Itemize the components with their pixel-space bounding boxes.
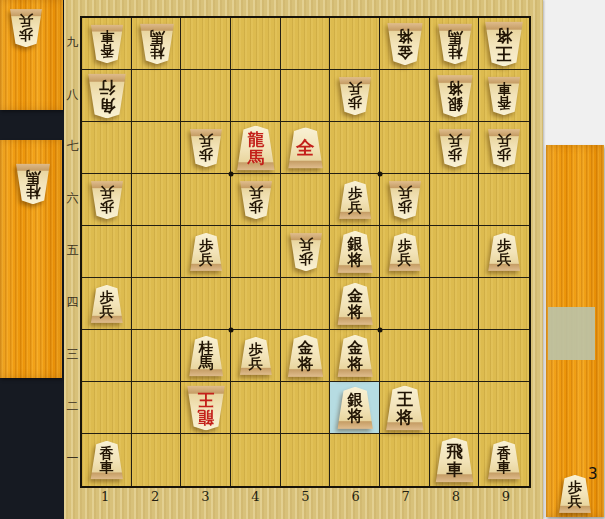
cell-3-9[interactable] [181,18,231,70]
piece-glyph: 兵 [199,133,213,148]
piece-glyph: 将 [397,28,413,44]
piece-glyph: 歩 [19,28,33,43]
piece-1八[interactable]: 角行 [87,74,127,119]
piece-glyph: 兵 [100,304,114,319]
piece-9七[interactable]: 歩兵 [487,129,521,167]
piece-7九[interactable]: 金将 [386,23,424,65]
piece-glyph: 香 [100,44,114,59]
piece-6八[interactable]: 歩兵 [338,77,372,115]
piece-glyph: 歩 [398,200,412,215]
piece-glyph: 兵 [249,185,263,200]
piece-1九[interactable]: 香車 [90,25,124,64]
piece-glyph: 車 [100,29,114,44]
piece-8八[interactable]: 銀将 [436,75,474,117]
board-frame: 九 八 七 六 五 四 三 二 一 香車桂馬金将桂馬王将角行歩兵銀将香車歩兵龍馬… [64,0,543,519]
piece-glyph: 兵 [398,252,412,267]
top-player-hand-stand-upper[interactable]: 歩兵 [0,0,63,110]
file-label: 5 [280,488,330,506]
piece-glyph: 全 [296,138,314,157]
cell-8-2[interactable] [430,382,480,434]
cell-8-3[interactable] [430,330,480,382]
file-label: 3 [180,488,230,506]
piece-glyph: 金 [397,44,413,60]
file-label: 6 [331,488,381,506]
cell-8-5[interactable] [430,226,480,278]
piece-glyph: 歩 [249,341,263,356]
piece-glyph: 車 [497,460,511,475]
piece-9一[interactable]: 香車 [487,441,521,480]
piece-glyph: 兵 [348,81,362,96]
cell-4-9[interactable] [231,18,281,70]
piece-glyph: 兵 [568,494,582,509]
piece-8九[interactable]: 桂馬 [437,24,473,65]
piece-3二[interactable]: 龍王 [186,386,226,431]
piece-7五[interactable]: 歩兵 [388,233,422,271]
piece-4三[interactable]: 歩兵 [239,337,273,375]
cell-5-6[interactable] [281,174,331,226]
cell-9-2[interactable] [479,382,529,434]
piece-6五[interactable]: 銀将 [336,231,374,273]
piece-glyph: 歩 [398,237,412,252]
cell-4-2[interactable] [231,382,281,434]
piece-8一[interactable]: 飛車 [435,438,475,483]
board[interactable]: 香車桂馬金将桂馬王将角行歩兵銀将香車歩兵龍馬全歩兵歩兵歩兵歩兵歩兵歩兵歩兵歩兵銀… [80,16,531,488]
piece-glyph: 将 [347,252,363,268]
piece-glyph: 将 [496,27,513,44]
cell-6-1[interactable] [330,434,380,486]
piece-glyph: 車 [446,460,463,477]
file-labels: 1 2 3 4 5 6 7 8 9 [80,488,531,506]
stand-slot-highlight [548,307,595,360]
cell-9-3[interactable] [479,330,529,382]
piece-glyph: 龍 [248,131,265,148]
cell-1-7[interactable] [82,122,132,174]
piece-glyph: 兵 [398,185,412,200]
piece-6四[interactable]: 金将 [336,283,374,325]
piece-glyph: 歩 [100,200,114,215]
piece-8七[interactable]: 歩兵 [438,129,472,167]
file-label: 1 [80,488,130,506]
piece-glyph: 馬 [149,29,164,44]
cell-1-5[interactable] [82,226,132,278]
star-point-dot [229,328,234,333]
cell-4-8[interactable] [231,70,281,122]
piece-glyph: 兵 [19,13,33,28]
rank-label: 三 [64,328,81,380]
file-label: 9 [481,488,531,506]
piece-glyph: 歩 [348,96,362,111]
piece-glyph: 行 [99,79,116,96]
piece-glyph: 将 [298,356,314,372]
rank-labels: 九 八 七 六 五 四 三 二 一 [64,16,81,484]
star-point-dot [229,172,234,177]
piece-glyph: 兵 [299,237,313,252]
cell-9-4[interactable] [479,278,529,330]
piece-4六[interactable]: 歩兵 [239,181,273,219]
rank-label: 九 [64,16,81,68]
cell-2-8[interactable] [132,70,182,122]
piece-glyph: 将 [447,80,463,96]
piece-glyph: 車 [497,81,511,96]
piece-9五[interactable]: 歩兵 [487,233,521,271]
top-player-hand-stand-lower[interactable]: 桂馬 [0,140,62,378]
cell-2-2[interactable] [132,382,182,434]
cell-1-3[interactable] [82,330,132,382]
rank-label: 七 [64,120,81,172]
cell-5-4[interactable] [281,278,331,330]
piece-glyph: 将 [347,408,363,424]
rank-label: 二 [64,380,81,432]
cell-6-9[interactable] [330,18,380,70]
piece-glyph: 将 [347,356,363,372]
rank-label: 一 [64,432,81,484]
cell-3-1[interactable] [181,434,231,486]
piece-5五[interactable]: 歩兵 [289,233,323,271]
star-point-dot [378,172,383,177]
cell-5-8[interactable] [281,70,331,122]
piece-glyph: 銀 [347,392,363,408]
cell-7-8[interactable] [380,70,430,122]
cell-2-7[interactable] [132,122,182,174]
file-label: 8 [431,488,481,506]
hand-piece-count: 3 [588,467,598,482]
cell-4-5[interactable] [231,226,281,278]
piece-glyph: 桂 [447,44,462,59]
piece-glyph: 王 [496,44,513,61]
cell-5-1[interactable] [281,434,331,486]
cell-3-4[interactable] [181,278,231,330]
piece-glyph: 香 [100,445,114,460]
piece-glyph: 香 [497,445,511,460]
piece-glyph: 将 [397,408,414,425]
piece-glyph: 桂 [26,184,41,199]
piece-glyph: 車 [100,460,114,475]
piece-glyph: 兵 [348,200,362,215]
cell-8-4[interactable] [430,278,480,330]
piece-glyph: 馬 [199,356,214,371]
cell-7-1[interactable] [380,434,430,486]
cell-1-2[interactable] [82,382,132,434]
cell-7-7[interactable] [380,122,430,174]
piece-glyph: 歩 [199,148,213,163]
piece-5三[interactable]: 金将 [287,335,325,377]
cell-6-7[interactable] [330,122,380,174]
piece-glyph: 兵 [497,252,511,267]
piece-glyph: 角 [99,96,116,113]
file-label: 2 [130,488,180,506]
piece-2九[interactable]: 桂馬 [139,24,175,65]
piece-glyph: 歩 [568,479,582,494]
piece-glyph: 歩 [249,200,263,215]
piece-glyph: 歩 [199,237,213,252]
piece-glyph: 香 [497,96,511,111]
cell-2-5[interactable] [132,226,182,278]
piece-3五[interactable]: 歩兵 [189,233,223,271]
piece-glyph: 兵 [448,133,462,148]
rank-label: 六 [64,172,81,224]
file-label: 4 [230,488,280,506]
piece-1一[interactable]: 香車 [90,441,124,480]
piece-glyph: 兵 [100,185,114,200]
file-label: 7 [381,488,431,506]
cell-9-6[interactable] [479,174,529,226]
cell-8-6[interactable] [430,174,480,226]
piece-hand-歩兵[interactable]: 歩兵 [558,475,592,513]
star-point-dot [378,328,383,333]
cell-3-6[interactable] [181,174,231,226]
piece-glyph: 馬 [26,169,41,184]
piece-glyph: 兵 [199,252,213,267]
cell-4-4[interactable] [231,278,281,330]
piece-glyph: 銀 [447,96,463,112]
cell-7-3[interactable] [380,330,430,382]
piece-7六[interactable]: 歩兵 [388,181,422,219]
piece-glyph: 龍 [198,408,215,425]
cell-5-9[interactable] [281,18,331,70]
piece-glyph: 金 [298,340,314,356]
cell-4-1[interactable] [231,434,281,486]
piece-glyph: 兵 [249,356,263,371]
shogi-app: 歩兵 桂馬 歩兵3 九 八 七 六 五 四 三 二 一 香車桂馬金将桂馬王将角行… [0,0,605,519]
piece-glyph: 歩 [348,185,362,200]
piece-glyph: 飛 [446,443,463,460]
piece-glyph: 歩 [299,252,313,267]
rank-label: 五 [64,224,81,276]
piece-3七[interactable]: 歩兵 [189,129,223,167]
piece-1四[interactable]: 歩兵 [90,285,124,323]
piece-glyph: 王 [397,391,414,408]
piece-4七[interactable]: 龍馬 [236,126,276,171]
piece-glyph: 歩 [497,237,511,252]
piece-7二[interactable]: 王将 [385,386,425,431]
piece-glyph: 兵 [497,133,511,148]
cell-7-4[interactable] [380,278,430,330]
piece-glyph: 銀 [347,236,363,252]
piece-glyph: 馬 [248,148,265,165]
rank-label: 四 [64,276,81,328]
piece-glyph: 金 [347,288,363,304]
piece-1六[interactable]: 歩兵 [90,181,124,219]
piece-3三[interactable]: 桂馬 [188,336,224,377]
piece-glyph: 歩 [100,289,114,304]
piece-glyph: 歩 [497,148,511,163]
piece-glyph: 馬 [447,29,462,44]
piece-9八[interactable]: 香車 [487,77,521,116]
piece-hand-桂馬[interactable]: 桂馬 [15,164,51,205]
piece-glyph: 桂 [149,44,164,59]
piece-glyph: 歩 [448,148,462,163]
bottom-player-hand-stand[interactable]: 歩兵3 [546,145,604,517]
piece-5七[interactable]: 全 [287,127,324,168]
piece-hand-歩兵[interactable]: 歩兵 [9,9,43,47]
rank-label: 八 [64,68,81,120]
cell-3-8[interactable] [181,70,231,122]
piece-6三[interactable]: 金将 [336,335,374,377]
piece-9九[interactable]: 王将 [484,22,524,67]
piece-glyph: 将 [347,304,363,320]
piece-6二[interactable]: 銀将 [336,387,374,429]
cell-2-6[interactable] [132,174,182,226]
cell-2-1[interactable] [132,434,182,486]
cell-2-3[interactable] [132,330,182,382]
piece-glyph: 王 [198,391,215,408]
piece-6六[interactable]: 歩兵 [338,181,372,219]
piece-glyph: 金 [347,340,363,356]
cell-5-2[interactable] [281,382,331,434]
cell-2-4[interactable] [132,278,182,330]
